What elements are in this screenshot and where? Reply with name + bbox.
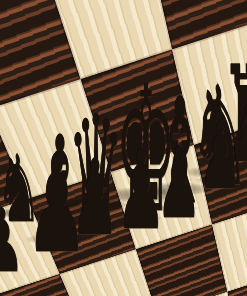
black-pawn-b7[interactable]: ♟ [0,197,25,285]
chess-product-photo: ♜♟♞♟♝♚♛♟♝♞♟♟♟♟ [0,0,247,296]
black-pawn-e7[interactable]: ♟ [116,136,167,245]
black-pawn-c7[interactable]: ♟ [26,137,89,272]
pieces-layer: ♜♟♞♟♝♚♛♟♝♞♟♟♟♟ [0,0,247,296]
